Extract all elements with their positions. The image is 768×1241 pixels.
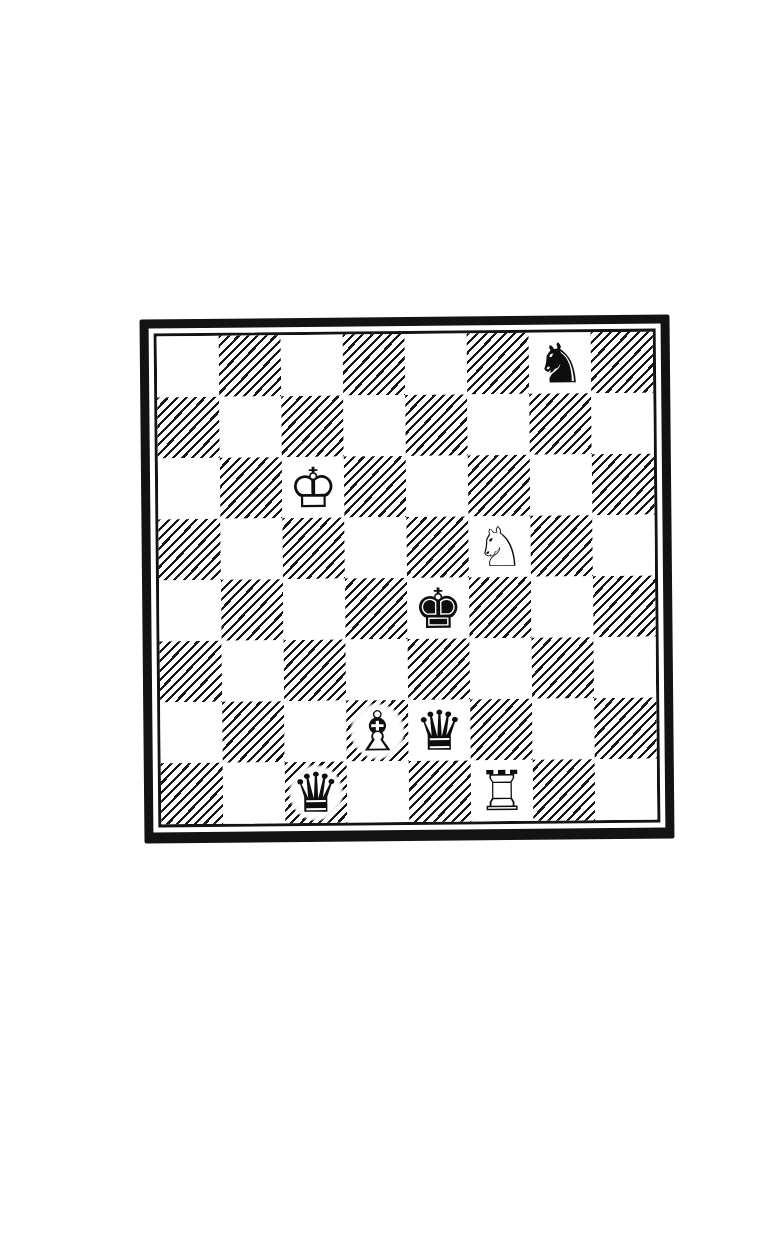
square-a3 [160,641,223,703]
book-page: ♞♔♘♚♗♛♛♖ [0,0,768,1241]
square-e4: ♚ [407,577,470,639]
board-outer-frame: ♞♔♘♚♗♛♛♖ [139,314,674,843]
square-a8 [157,336,220,398]
square-b6 [220,457,283,519]
square-a7 [157,397,220,459]
white-knight: ♘ [471,517,528,576]
square-e7 [405,394,468,456]
square-g1 [533,759,596,821]
square-a2 [160,702,223,764]
square-h1 [595,759,658,821]
square-c8 [281,335,344,397]
square-c6: ♔ [282,457,345,519]
board-inner-frame: ♞♔♘♚♗♛♛♖ [154,329,661,828]
square-g7 [529,393,592,455]
square-e6 [406,455,469,517]
square-b3 [222,640,285,702]
square-b5 [220,518,283,580]
square-e2: ♛ [408,699,471,761]
square-g2 [532,698,595,760]
square-b8 [219,335,282,397]
square-h4 [593,576,656,638]
square-h7 [591,393,654,455]
square-e1 [409,760,472,822]
square-a5 [158,519,221,581]
chessboard: ♞♔♘♚♗♛♛♖ [157,332,658,825]
square-a6 [158,458,221,520]
square-c3 [284,640,347,702]
square-d6 [344,456,407,518]
square-h8 [591,332,654,394]
square-f8 [467,333,530,395]
square-d3 [346,639,409,701]
square-d8 [343,334,406,396]
square-g8: ♞ [529,332,592,394]
square-c7 [281,396,344,458]
square-a1 [161,763,224,825]
square-c4 [283,579,346,641]
white-bishop: ♗ [349,702,406,761]
black-king: ♚ [410,579,467,638]
black-knight: ♞ [532,334,589,393]
square-f6 [468,455,531,517]
square-d7 [343,395,406,457]
chess-diagram: ♞♔♘♚♗♛♛♖ [139,314,674,843]
square-d2: ♗ [346,700,409,762]
square-f1: ♖ [471,760,534,822]
square-h3 [594,637,657,699]
square-c2 [284,701,347,763]
square-d1 [347,761,410,823]
square-f7 [467,394,530,456]
square-g4 [531,576,594,638]
square-f2 [470,699,533,761]
square-d4 [345,578,408,640]
black-queen: ♛ [411,701,468,760]
square-b7 [219,396,282,458]
square-f4 [469,577,532,639]
square-f3 [470,638,533,700]
white-king: ♔ [285,458,342,517]
square-b1 [223,762,286,824]
square-e5 [406,516,469,578]
square-a4 [159,580,222,642]
square-g5 [530,515,593,577]
square-f5: ♘ [468,516,531,578]
white-rook: ♖ [474,761,531,820]
square-d5 [344,517,407,579]
square-h2 [594,698,657,760]
square-e8 [405,333,468,395]
square-c5 [282,518,345,580]
square-h5 [592,515,655,577]
square-g6 [530,454,593,516]
square-h6 [592,454,655,516]
square-b2 [222,701,285,763]
square-e3 [408,638,471,700]
square-g3 [532,637,595,699]
black-queen: ♛ [288,763,345,822]
square-c1: ♛ [285,762,348,824]
square-b4 [221,579,284,641]
